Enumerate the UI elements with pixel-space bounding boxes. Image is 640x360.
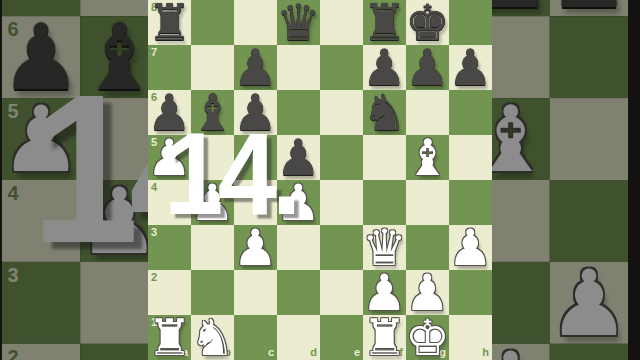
white-knight-b1-icon[interactable]: ♞ <box>191 315 234 360</box>
square-a5[interactable]: 5♟ <box>148 135 191 180</box>
square-h5[interactable] <box>449 135 492 180</box>
square-e3[interactable] <box>320 225 363 270</box>
white-pawn-h3-icon[interactable]: ♟ <box>449 225 492 270</box>
square-e5[interactable] <box>320 135 363 180</box>
square-g5[interactable]: ♝ <box>406 135 449 180</box>
white-pawn-a5-icon[interactable]: ♟ <box>148 135 191 180</box>
square-d2[interactable] <box>277 270 320 315</box>
square-d8[interactable]: ♛ <box>277 0 320 45</box>
file-label-c: c <box>268 347 274 358</box>
video-content-strip: 8♜♛♜♚7♟♟♟♟6♟♝♟♞5♟♟♝4♟♟3♟♛♟2♟♟1a♜b♞cdef♜g… <box>148 0 492 360</box>
square-b8[interactable] <box>191 0 234 45</box>
square-h1[interactable]: h <box>449 315 492 360</box>
square-e1[interactable]: e <box>320 315 363 360</box>
rank-label-7: 7 <box>151 47 157 58</box>
square-a8[interactable]: 8♜ <box>148 0 191 45</box>
square-c2[interactable] <box>234 270 277 315</box>
white-king-g1-icon[interactable]: ♚ <box>406 315 449 360</box>
black-queen-d8-icon[interactable]: ♛ <box>277 0 320 45</box>
square-e2[interactable] <box>320 270 363 315</box>
square-h3[interactable]: ♟ <box>449 225 492 270</box>
square-a3[interactable]: 3 <box>148 225 191 270</box>
square-c5[interactable] <box>234 135 277 180</box>
square-h6[interactable] <box>449 90 492 135</box>
square-c3[interactable]: ♟ <box>234 225 277 270</box>
square-d1[interactable]: d <box>277 315 320 360</box>
square-a4[interactable]: 4 <box>148 180 191 225</box>
square-b4[interactable]: ♟ <box>191 180 234 225</box>
square-h7[interactable]: ♟ <box>449 45 492 90</box>
white-rook-f1-icon[interactable]: ♜ <box>363 315 406 360</box>
square-d3[interactable] <box>277 225 320 270</box>
rank-label-3: 3 <box>151 227 157 238</box>
square-c6[interactable]: ♟ <box>234 90 277 135</box>
square-h2[interactable] <box>449 270 492 315</box>
square-f6[interactable]: ♞ <box>363 90 406 135</box>
white-pawn-d4-icon[interactable]: ♟ <box>277 180 320 225</box>
square-b6[interactable]: ♝ <box>191 90 234 135</box>
file-label-h: h <box>482 347 489 358</box>
square-e7[interactable] <box>320 45 363 90</box>
square-e4[interactable] <box>320 180 363 225</box>
square-b3[interactable] <box>191 225 234 270</box>
file-label-e: e <box>354 347 360 358</box>
video-frame: 8♜♛♜♚7♟♟♟♟6♟♝♟♞5♟♟♝4♟♟3♟♛♟2♟♟1a♜b♞cdef♜g… <box>0 0 640 360</box>
rank-label-4: 4 <box>151 182 157 193</box>
square-e6[interactable] <box>320 90 363 135</box>
square-d4[interactable]: ♟ <box>277 180 320 225</box>
square-d7[interactable] <box>277 45 320 90</box>
white-pawn-c3-icon[interactable]: ♟ <box>234 225 277 270</box>
square-g1[interactable]: g♚ <box>406 315 449 360</box>
black-rook-a8-icon[interactable]: ♜ <box>148 0 191 45</box>
rank-label-2: 2 <box>151 272 157 283</box>
square-f5[interactable] <box>363 135 406 180</box>
square-a1[interactable]: 1a♜ <box>148 315 191 360</box>
white-pawn-b4-icon[interactable]: ♟ <box>191 180 234 225</box>
black-pawn-g7-icon[interactable]: ♟ <box>406 45 449 90</box>
black-bishop-b6-icon[interactable]: ♝ <box>191 90 234 135</box>
white-bishop-g5-icon[interactable]: ♝ <box>406 135 449 180</box>
chess-board: 8♜♛♜♚7♟♟♟♟6♟♝♟♞5♟♟♝4♟♟3♟♛♟2♟♟1a♜b♞cdef♜g… <box>148 0 492 360</box>
black-pawn-c6-icon[interactable]: ♟ <box>234 90 277 135</box>
square-g7[interactable]: ♟ <box>406 45 449 90</box>
square-b1[interactable]: b♞ <box>191 315 234 360</box>
black-knight-f6-icon[interactable]: ♞ <box>363 90 406 135</box>
square-g4[interactable] <box>406 180 449 225</box>
square-e8[interactable] <box>320 0 363 45</box>
white-rook-a1-icon[interactable]: ♜ <box>148 315 191 360</box>
square-f1[interactable]: f♜ <box>363 315 406 360</box>
file-label-d: d <box>310 347 317 358</box>
black-pawn-h7-icon[interactable]: ♟ <box>449 45 492 90</box>
square-c1[interactable]: c <box>234 315 277 360</box>
